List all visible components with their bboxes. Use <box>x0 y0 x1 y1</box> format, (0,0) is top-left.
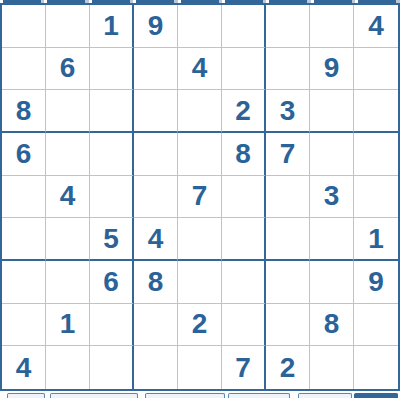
cell-r8c3[interactable] <box>90 304 134 347</box>
cell-r3c2[interactable] <box>46 90 90 133</box>
cell-r9c1[interactable]: 4 <box>2 346 46 389</box>
cropped-element-below <box>145 393 225 398</box>
cell-r1c8[interactable] <box>310 5 354 48</box>
cell-r9c5[interactable] <box>178 346 222 389</box>
cell-r8c1[interactable] <box>2 304 46 347</box>
cell-r5c1[interactable] <box>2 176 46 219</box>
cell-r6c3[interactable]: 5 <box>90 218 134 261</box>
cell-r8c7[interactable] <box>266 304 310 347</box>
cell-r8c9[interactable] <box>354 304 398 347</box>
cell-r4c3[interactable] <box>90 133 134 176</box>
cell-r6c5[interactable] <box>178 218 222 261</box>
cell-r8c4[interactable] <box>134 304 178 347</box>
cell-r1c3[interactable]: 1 <box>90 5 134 48</box>
cropped-ui-below <box>0 391 400 398</box>
cropped-element-below <box>50 393 138 398</box>
cell-r3c3[interactable] <box>90 90 134 133</box>
cell-r1c1[interactable] <box>2 5 46 48</box>
cropped-element-below <box>354 393 398 398</box>
cell-r7c5[interactable] <box>178 261 222 304</box>
cell-r8c8[interactable]: 8 <box>310 304 354 347</box>
cell-r2c9[interactable] <box>354 48 398 91</box>
cell-r7c3[interactable]: 6 <box>90 261 134 304</box>
cell-r8c6[interactable] <box>222 304 266 347</box>
sudoku-page: 194649823687473541689128472 <box>0 0 400 398</box>
cell-r6c2[interactable] <box>46 218 90 261</box>
cell-r4c5[interactable] <box>178 133 222 176</box>
cell-r7c4[interactable]: 8 <box>134 261 178 304</box>
cell-r1c6[interactable] <box>222 5 266 48</box>
cell-r9c8[interactable] <box>310 346 354 389</box>
cell-r5c7[interactable] <box>266 176 310 219</box>
cell-r2c7[interactable] <box>266 48 310 91</box>
cell-r8c2[interactable]: 1 <box>46 304 90 347</box>
cell-r4c1[interactable]: 6 <box>2 133 46 176</box>
cell-r7c1[interactable] <box>2 261 46 304</box>
cell-r6c4[interactable]: 4 <box>134 218 178 261</box>
cell-r6c8[interactable] <box>310 218 354 261</box>
cell-r9c3[interactable] <box>90 346 134 389</box>
cell-r2c2[interactable]: 6 <box>46 48 90 91</box>
cell-r8c5[interactable]: 2 <box>178 304 222 347</box>
cell-r5c3[interactable] <box>90 176 134 219</box>
cell-r9c9[interactable] <box>354 346 398 389</box>
cell-r4c7[interactable]: 7 <box>266 133 310 176</box>
cell-r5c2[interactable]: 4 <box>46 176 90 219</box>
cell-r6c6[interactable] <box>222 218 266 261</box>
cell-r1c5[interactable] <box>178 5 222 48</box>
cell-r4c6[interactable]: 8 <box>222 133 266 176</box>
cell-r1c2[interactable] <box>46 5 90 48</box>
cell-r9c6[interactable]: 7 <box>222 346 266 389</box>
cropped-element-below <box>228 393 290 398</box>
cell-r7c6[interactable] <box>222 261 266 304</box>
cell-r3c6[interactable]: 2 <box>222 90 266 133</box>
cell-r7c2[interactable] <box>46 261 90 304</box>
cell-r7c7[interactable] <box>266 261 310 304</box>
cell-r1c4[interactable]: 9 <box>134 5 178 48</box>
cell-r3c9[interactable] <box>354 90 398 133</box>
cell-r3c1[interactable]: 8 <box>2 90 46 133</box>
cell-r9c2[interactable] <box>46 346 90 389</box>
cropped-element-below <box>7 393 45 398</box>
cell-r4c8[interactable] <box>310 133 354 176</box>
cell-r6c9[interactable]: 1 <box>354 218 398 261</box>
cell-r9c4[interactable] <box>134 346 178 389</box>
cell-r5c5[interactable]: 7 <box>178 176 222 219</box>
cell-r3c5[interactable] <box>178 90 222 133</box>
cell-r3c7[interactable]: 3 <box>266 90 310 133</box>
cell-r7c8[interactable] <box>310 261 354 304</box>
cell-r3c8[interactable] <box>310 90 354 133</box>
cell-r6c7[interactable] <box>266 218 310 261</box>
sudoku-board: 194649823687473541689128472 <box>0 3 400 391</box>
cell-r9c7[interactable]: 2 <box>266 346 310 389</box>
cell-r2c1[interactable] <box>2 48 46 91</box>
cropped-element-below <box>298 393 352 398</box>
cell-r5c9[interactable] <box>354 176 398 219</box>
cell-r3c4[interactable] <box>134 90 178 133</box>
cell-r7c9[interactable]: 9 <box>354 261 398 304</box>
cell-r2c6[interactable] <box>222 48 266 91</box>
cell-r2c4[interactable] <box>134 48 178 91</box>
cell-r5c6[interactable] <box>222 176 266 219</box>
cell-r4c9[interactable] <box>354 133 398 176</box>
cell-r1c7[interactable] <box>266 5 310 48</box>
cell-r2c3[interactable] <box>90 48 134 91</box>
cell-r5c4[interactable] <box>134 176 178 219</box>
cell-r2c5[interactable]: 4 <box>178 48 222 91</box>
cell-r1c9[interactable]: 4 <box>354 5 398 48</box>
cell-r6c1[interactable] <box>2 218 46 261</box>
cell-r4c4[interactable] <box>134 133 178 176</box>
cell-r4c2[interactable] <box>46 133 90 176</box>
cell-r2c8[interactable]: 9 <box>310 48 354 91</box>
cell-r5c8[interactable]: 3 <box>310 176 354 219</box>
